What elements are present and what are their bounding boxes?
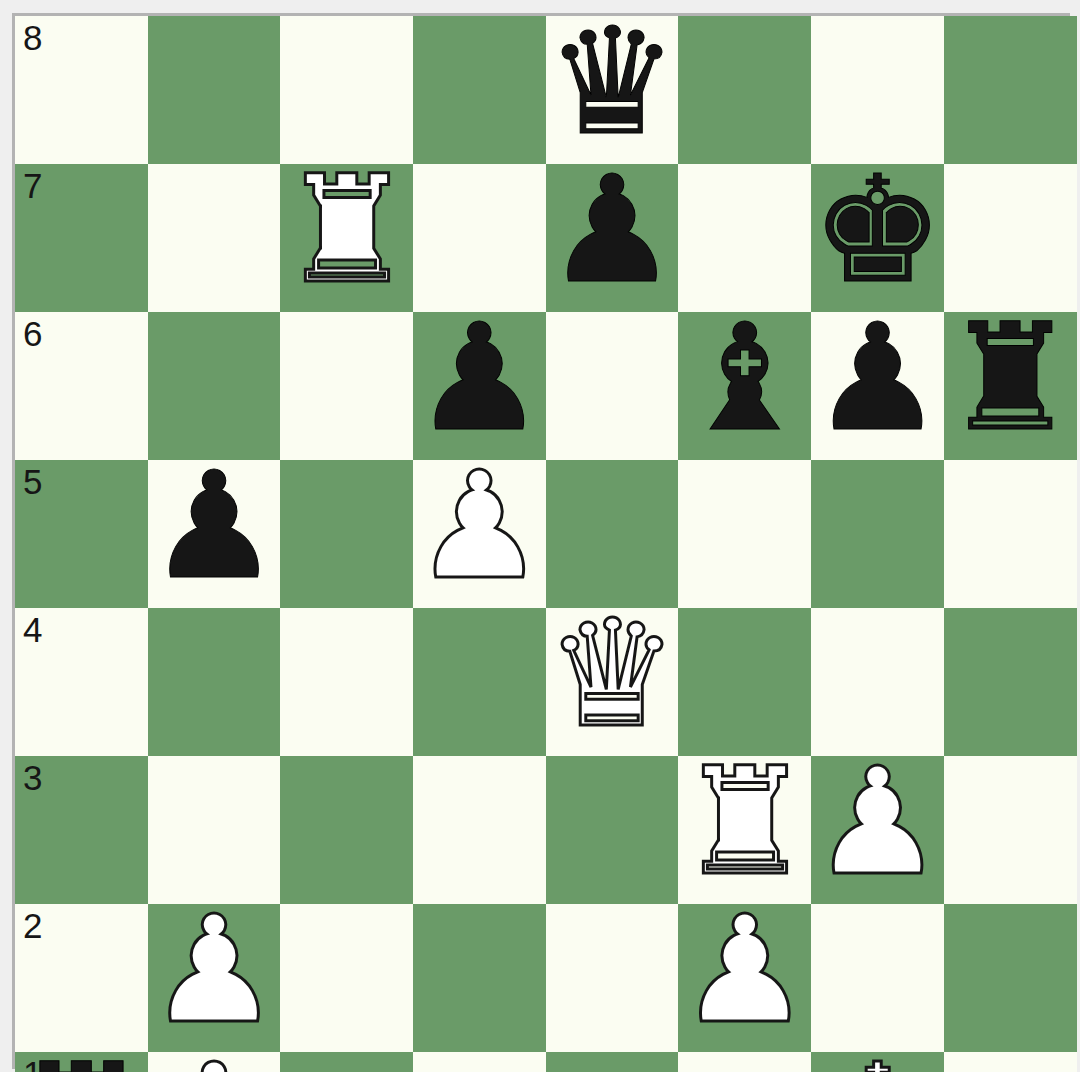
black-pawn[interactable]: ♟ bbox=[811, 304, 944, 452]
rank-label-6: 6 bbox=[23, 316, 42, 351]
black-bishop[interactable]: ♝ bbox=[678, 304, 811, 452]
square-g6[interactable]: ♟ bbox=[811, 312, 944, 460]
square-c5[interactable] bbox=[280, 460, 413, 608]
square-g8[interactable] bbox=[811, 16, 944, 164]
square-a4[interactable]: 4 bbox=[15, 608, 148, 756]
square-h5[interactable] bbox=[944, 460, 1077, 608]
square-e3[interactable] bbox=[546, 756, 679, 904]
square-g1[interactable]: g♚ bbox=[811, 1052, 944, 1072]
square-f3[interactable]: ♜ bbox=[678, 756, 811, 904]
white-pawn[interactable]: ♟ bbox=[413, 452, 546, 600]
square-h7[interactable] bbox=[944, 164, 1077, 312]
square-d6[interactable]: ♟ bbox=[413, 312, 546, 460]
square-g2[interactable] bbox=[811, 904, 944, 1052]
square-a7[interactable]: 7 bbox=[15, 164, 148, 312]
white-rook[interactable]: ♜ bbox=[280, 156, 413, 304]
square-h8[interactable] bbox=[944, 16, 1077, 164]
square-c6[interactable] bbox=[280, 312, 413, 460]
square-b5[interactable]: ♟ bbox=[148, 460, 281, 608]
black-pawn[interactable]: ♟ bbox=[148, 452, 281, 600]
square-f8[interactable] bbox=[678, 16, 811, 164]
square-d7[interactable] bbox=[413, 164, 546, 312]
chess-board: 8♛7♜♟♚6♟♝♟♜5♟♟4♛3♜♟2♟♟1a♜b♝cdefg♚h bbox=[15, 16, 1067, 1066]
white-king[interactable]: ♚ bbox=[811, 1044, 944, 1072]
black-king[interactable]: ♚ bbox=[811, 156, 944, 304]
square-g7[interactable]: ♚ bbox=[811, 164, 944, 312]
square-b6[interactable] bbox=[148, 312, 281, 460]
black-rook[interactable]: ♜ bbox=[944, 304, 1077, 452]
rank-label-7: 7 bbox=[23, 168, 42, 203]
white-queen[interactable]: ♛ bbox=[546, 600, 679, 748]
rank-label-8: 8 bbox=[23, 20, 42, 55]
square-d5[interactable]: ♟ bbox=[413, 460, 546, 608]
black-rook[interactable]: ♜ bbox=[15, 1044, 148, 1072]
chess-board-frame: 8♛7♜♟♚6♟♝♟♜5♟♟4♛3♜♟2♟♟1a♜b♝cdefg♚h bbox=[12, 13, 1070, 1069]
square-d2[interactable] bbox=[413, 904, 546, 1052]
square-a8[interactable]: 8 bbox=[15, 16, 148, 164]
square-a1[interactable]: 1a♜ bbox=[15, 1052, 148, 1072]
square-c1[interactable]: c bbox=[280, 1052, 413, 1072]
rank-label-5: 5 bbox=[23, 464, 42, 499]
rank-label-2: 2 bbox=[23, 908, 42, 943]
black-pawn[interactable]: ♟ bbox=[546, 156, 679, 304]
square-f6[interactable]: ♝ bbox=[678, 312, 811, 460]
square-c7[interactable]: ♜ bbox=[280, 164, 413, 312]
square-b4[interactable] bbox=[148, 608, 281, 756]
square-c8[interactable] bbox=[280, 16, 413, 164]
square-d3[interactable] bbox=[413, 756, 546, 904]
square-e4[interactable]: ♛ bbox=[546, 608, 679, 756]
square-g4[interactable] bbox=[811, 608, 944, 756]
square-e6[interactable] bbox=[546, 312, 679, 460]
square-d1[interactable]: d bbox=[413, 1052, 546, 1072]
square-b1[interactable]: b♝ bbox=[148, 1052, 281, 1072]
square-d4[interactable] bbox=[413, 608, 546, 756]
square-c2[interactable] bbox=[280, 904, 413, 1052]
square-c3[interactable] bbox=[280, 756, 413, 904]
square-e5[interactable] bbox=[546, 460, 679, 608]
white-rook[interactable]: ♜ bbox=[678, 748, 811, 896]
square-h6[interactable]: ♜ bbox=[944, 312, 1077, 460]
square-g3[interactable]: ♟ bbox=[811, 756, 944, 904]
square-f4[interactable] bbox=[678, 608, 811, 756]
square-h2[interactable] bbox=[944, 904, 1077, 1052]
square-a5[interactable]: 5 bbox=[15, 460, 148, 608]
square-a2[interactable]: 2 bbox=[15, 904, 148, 1052]
square-b7[interactable] bbox=[148, 164, 281, 312]
square-f5[interactable] bbox=[678, 460, 811, 608]
rank-label-3: 3 bbox=[23, 760, 42, 795]
square-d8[interactable] bbox=[413, 16, 546, 164]
square-e1[interactable]: e bbox=[546, 1052, 679, 1072]
square-a3[interactable]: 3 bbox=[15, 756, 148, 904]
white-bishop[interactable]: ♝ bbox=[148, 1044, 281, 1072]
square-b8[interactable] bbox=[148, 16, 281, 164]
rank-label-4: 4 bbox=[23, 612, 42, 647]
square-f2[interactable]: ♟ bbox=[678, 904, 811, 1052]
square-a6[interactable]: 6 bbox=[15, 312, 148, 460]
square-e2[interactable] bbox=[546, 904, 679, 1052]
white-pawn[interactable]: ♟ bbox=[811, 748, 944, 896]
white-pawn[interactable]: ♟ bbox=[678, 896, 811, 1044]
square-f7[interactable] bbox=[678, 164, 811, 312]
square-e7[interactable]: ♟ bbox=[546, 164, 679, 312]
square-c4[interactable] bbox=[280, 608, 413, 756]
black-pawn[interactable]: ♟ bbox=[413, 304, 546, 452]
square-f1[interactable]: f bbox=[678, 1052, 811, 1072]
square-b2[interactable]: ♟ bbox=[148, 904, 281, 1052]
square-e8[interactable]: ♛ bbox=[546, 16, 679, 164]
square-h1[interactable]: h bbox=[944, 1052, 1077, 1072]
square-g5[interactable] bbox=[811, 460, 944, 608]
black-queen[interactable]: ♛ bbox=[546, 8, 679, 156]
white-pawn[interactable]: ♟ bbox=[148, 896, 281, 1044]
square-b3[interactable] bbox=[148, 756, 281, 904]
square-h4[interactable] bbox=[944, 608, 1077, 756]
square-h3[interactable] bbox=[944, 756, 1077, 904]
